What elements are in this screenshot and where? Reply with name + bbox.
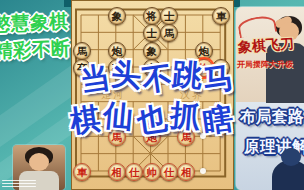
caption-char: 抓 (168, 95, 201, 138)
caption-line1: 当头不跳马 (80, 57, 233, 98)
caption-char: 也 (134, 98, 169, 143)
corner-watermark (2, 178, 36, 186)
caption-char: 慧 (11, 12, 31, 34)
caption-char: 原 (244, 138, 260, 155)
piece-r-3-10: 相 (108, 163, 126, 181)
caption-char: 棋 (68, 98, 103, 143)
caption-char: 瞎 (201, 98, 236, 143)
piece-b-5-1: 将 (143, 7, 161, 25)
caption-line2: 棋仙也抓瞎 (70, 98, 233, 139)
caption-char: 理 (260, 138, 276, 155)
caption-char: 局 (256, 108, 272, 125)
card-caption-line1: 布局套路 (240, 107, 304, 128)
caption-char: 彩 (13, 39, 33, 61)
piece-r-1-10: 車 (73, 163, 91, 181)
caption-char: 不 (139, 57, 174, 102)
piece-b-3-1: 象 (108, 7, 126, 25)
caption-char: 路 (288, 108, 304, 125)
related-video-card[interactable]: 象棋飞刀 开局摆阵大升级 布局套路 原理讲解 (236, 7, 304, 190)
commentator-silhouette (272, 160, 304, 190)
caption-char: 精 (0, 40, 13, 62)
avatar-face (29, 153, 49, 171)
caption-char: 棋 (49, 11, 69, 33)
caption-char: 象 (30, 11, 50, 33)
channel-title-line2: 精彩不断 (0, 36, 70, 65)
caption-char: 跳 (171, 54, 204, 97)
caption-char: 套 (272, 108, 288, 125)
caption-char: 憨 (0, 13, 11, 35)
video-thumbnail[interactable]: 憨慧象棋 精彩不断 楚河 汉界 象将士車士馬馬炮象炮卒卒卒卒卒炮兵兵兵兵兵馬炮馬… (0, 0, 304, 190)
caption-char: 头 (109, 54, 142, 97)
caption-char: 不 (32, 38, 52, 60)
piece-b-6-1: 士 (160, 7, 178, 25)
move-origin-marker (200, 168, 206, 174)
piece-b-5-2: 士 (143, 24, 161, 42)
piece-r-6-10: 仕 (160, 163, 178, 181)
piece-r-5-10: 帅 (143, 163, 161, 181)
channel-title-line1: 憨慧象棋 (0, 9, 68, 38)
caption-char: 马 (201, 57, 236, 102)
caption-char: 布 (240, 108, 256, 125)
card-subtitle: 开局摆阵大升级 (237, 59, 293, 70)
caption-char: 仙 (102, 95, 135, 138)
caption-char: 断 (51, 38, 71, 60)
